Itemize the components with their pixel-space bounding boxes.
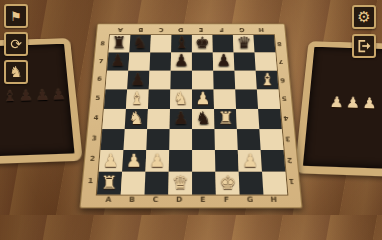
captured-black-piece: ♟ <box>19 88 34 105</box>
black-piece[interactable]: ♟ <box>127 69 149 89</box>
square-e8[interactable]: ♚ <box>192 35 213 52</box>
white-piece[interactable]: ♞ <box>125 108 147 128</box>
square-f1[interactable]: ♚ <box>215 172 239 195</box>
square-b3[interactable] <box>123 129 147 150</box>
captured-white-piece: ♟ <box>362 95 377 112</box>
square-d2[interactable] <box>169 150 192 172</box>
square-e5[interactable]: ♟ <box>192 89 214 108</box>
square-c6[interactable] <box>149 71 171 90</box>
captured-white-piece: ♟ <box>345 95 360 112</box>
white-piece[interactable]: ♛ <box>168 172 192 194</box>
captured-white-tray: ♟♟♟ <box>294 41 382 177</box>
white-piece[interactable]: ♚ <box>216 172 240 194</box>
settings-button[interactable]: ⚙ <box>352 5 376 29</box>
white-piece[interactable]: ♜ <box>97 172 121 194</box>
black-piece[interactable]: ♚ <box>192 33 213 52</box>
square-b5[interactable]: ♝ <box>126 89 149 108</box>
black-piece[interactable]: ♛ <box>234 33 255 52</box>
board-grid: ♜♞♝♚♛♟♟♟♟♝♝♞♟♞♟♞♜♟♟♟♟♜♛♚ <box>97 35 287 194</box>
black-piece[interactable]: ♝ <box>171 33 192 52</box>
exit-button[interactable] <box>352 34 376 58</box>
file-labels-bottom: ABCDEFGH <box>96 192 286 207</box>
coord-label: E <box>191 24 211 35</box>
square-b8[interactable]: ♞ <box>129 35 151 52</box>
square-c5[interactable] <box>148 89 170 108</box>
square-d5[interactable]: ♞ <box>170 89 192 108</box>
chess-board: ABCDEFGH ABCDEFGH 87654321 87654321 ♜♞♝♚… <box>79 24 302 209</box>
gear-icon: ⚙ <box>357 10 370 25</box>
square-h2[interactable] <box>261 150 286 172</box>
white-piece[interactable]: ♜ <box>214 108 236 128</box>
square-a3[interactable] <box>101 129 125 150</box>
board-scene: ABCDEFGH ABCDEFGH 87654321 87654321 ♜♞♝♚… <box>89 0 293 215</box>
white-piece[interactable]: ♟ <box>122 150 145 171</box>
coord-label: 8 <box>272 35 287 52</box>
coord-label: C <box>143 192 167 207</box>
exit-arrow-icon <box>357 39 371 53</box>
coord-label: D <box>171 24 191 35</box>
coord-label: 7 <box>273 52 288 70</box>
square-e6[interactable] <box>192 71 214 90</box>
coord-label: B <box>130 24 151 35</box>
square-c3[interactable] <box>146 129 169 150</box>
square-c1[interactable] <box>145 172 169 195</box>
black-piece[interactable]: ♟ <box>170 108 192 128</box>
coord-label: 6 <box>275 70 290 89</box>
white-piece[interactable]: ♟ <box>192 88 214 108</box>
square-f5[interactable] <box>214 89 236 108</box>
square-a1[interactable]: ♜ <box>97 172 122 195</box>
coord-label: E <box>191 192 215 207</box>
white-piece[interactable]: ♞ <box>170 88 192 108</box>
black-piece[interactable]: ♟ <box>213 51 234 70</box>
coord-label: F <box>211 24 231 35</box>
black-piece[interactable]: ♟ <box>171 51 192 70</box>
square-c4[interactable] <box>147 109 170 129</box>
square-f3[interactable] <box>214 129 237 150</box>
white-piece[interactable]: ♟ <box>146 150 169 171</box>
coord-label: G <box>238 192 262 207</box>
coord-label: H <box>261 192 286 207</box>
coord-label: F <box>214 192 238 207</box>
square-e2[interactable] <box>192 150 215 172</box>
file-labels-top: ABCDEFGH <box>110 24 272 35</box>
white-piece[interactable]: ♟ <box>239 150 262 171</box>
square-b4[interactable]: ♞ <box>125 109 148 129</box>
coord-label: D <box>167 192 191 207</box>
square-g7[interactable] <box>234 53 256 71</box>
square-g6[interactable] <box>234 71 256 90</box>
captured-black-piece: ♟ <box>51 86 67 103</box>
square-a4[interactable] <box>102 109 126 129</box>
square-f2[interactable] <box>215 150 239 172</box>
captured-white-piece: ♟ <box>329 94 344 111</box>
square-h1[interactable] <box>262 172 287 195</box>
square-d3[interactable] <box>169 129 192 150</box>
square-d7[interactable]: ♟ <box>171 53 192 71</box>
restart-rotate-icon: ⟳ <box>10 37 22 51</box>
square-d4[interactable]: ♟ <box>170 109 192 129</box>
square-g8[interactable]: ♛ <box>233 35 255 52</box>
square-b1[interactable] <box>121 172 146 195</box>
square-a2[interactable]: ♟ <box>99 150 124 172</box>
square-g4[interactable] <box>236 109 259 129</box>
square-h4[interactable] <box>258 109 282 129</box>
black-piece[interactable]: ♟ <box>107 51 128 70</box>
square-c7[interactable] <box>150 53 172 71</box>
white-piece[interactable]: ♝ <box>126 88 148 108</box>
coord-label: B <box>120 192 144 207</box>
square-b6[interactable]: ♟ <box>127 71 149 90</box>
flag-icon: ⚑ <box>10 10 22 23</box>
square-g2[interactable]: ♟ <box>238 150 262 172</box>
square-c2[interactable]: ♟ <box>145 150 169 172</box>
knight-icon: ♞ <box>9 65 22 80</box>
square-f6[interactable] <box>213 71 235 90</box>
square-g5[interactable] <box>235 89 258 108</box>
square-d1[interactable]: ♛ <box>168 172 192 195</box>
square-d6[interactable] <box>170 71 192 90</box>
square-c8[interactable] <box>150 35 171 52</box>
square-f7[interactable]: ♟ <box>213 53 235 71</box>
captured-black-piece: ♝ <box>2 88 17 105</box>
coord-label: 5 <box>276 89 292 108</box>
square-e4[interactable]: ♞ <box>192 109 214 129</box>
restart-button[interactable]: ⟳ <box>4 32 28 56</box>
coord-label: H <box>251 24 272 35</box>
white-piece[interactable]: ♟ <box>99 150 122 171</box>
square-e7[interactable] <box>192 53 213 71</box>
black-piece[interactable]: ♜ <box>109 33 130 52</box>
coord-label: A <box>96 192 121 207</box>
coord-label: C <box>150 24 170 35</box>
black-piece[interactable]: ♞ <box>130 33 151 52</box>
captured-black-piece: ♟ <box>35 87 50 104</box>
square-g1[interactable] <box>239 172 264 195</box>
square-a7[interactable]: ♟ <box>107 53 129 71</box>
square-b2[interactable]: ♟ <box>122 150 146 172</box>
square-f4[interactable]: ♜ <box>214 109 237 129</box>
square-a5[interactable] <box>104 89 127 108</box>
black-piece[interactable]: ♞ <box>192 108 214 128</box>
square-e1[interactable] <box>192 172 216 195</box>
captured-black-tray: ♜♝♟♟♟ <box>0 38 83 164</box>
square-h3[interactable] <box>259 129 283 150</box>
hint-button[interactable]: ♞ <box>4 60 28 84</box>
square-a6[interactable] <box>106 71 129 90</box>
coord-label: G <box>231 24 252 35</box>
coord-label: A <box>110 24 131 35</box>
square-e3[interactable] <box>192 129 215 150</box>
resign-button[interactable]: ⚑ <box>4 4 28 28</box>
square-g3[interactable] <box>237 129 261 150</box>
square-b7[interactable] <box>128 53 150 71</box>
